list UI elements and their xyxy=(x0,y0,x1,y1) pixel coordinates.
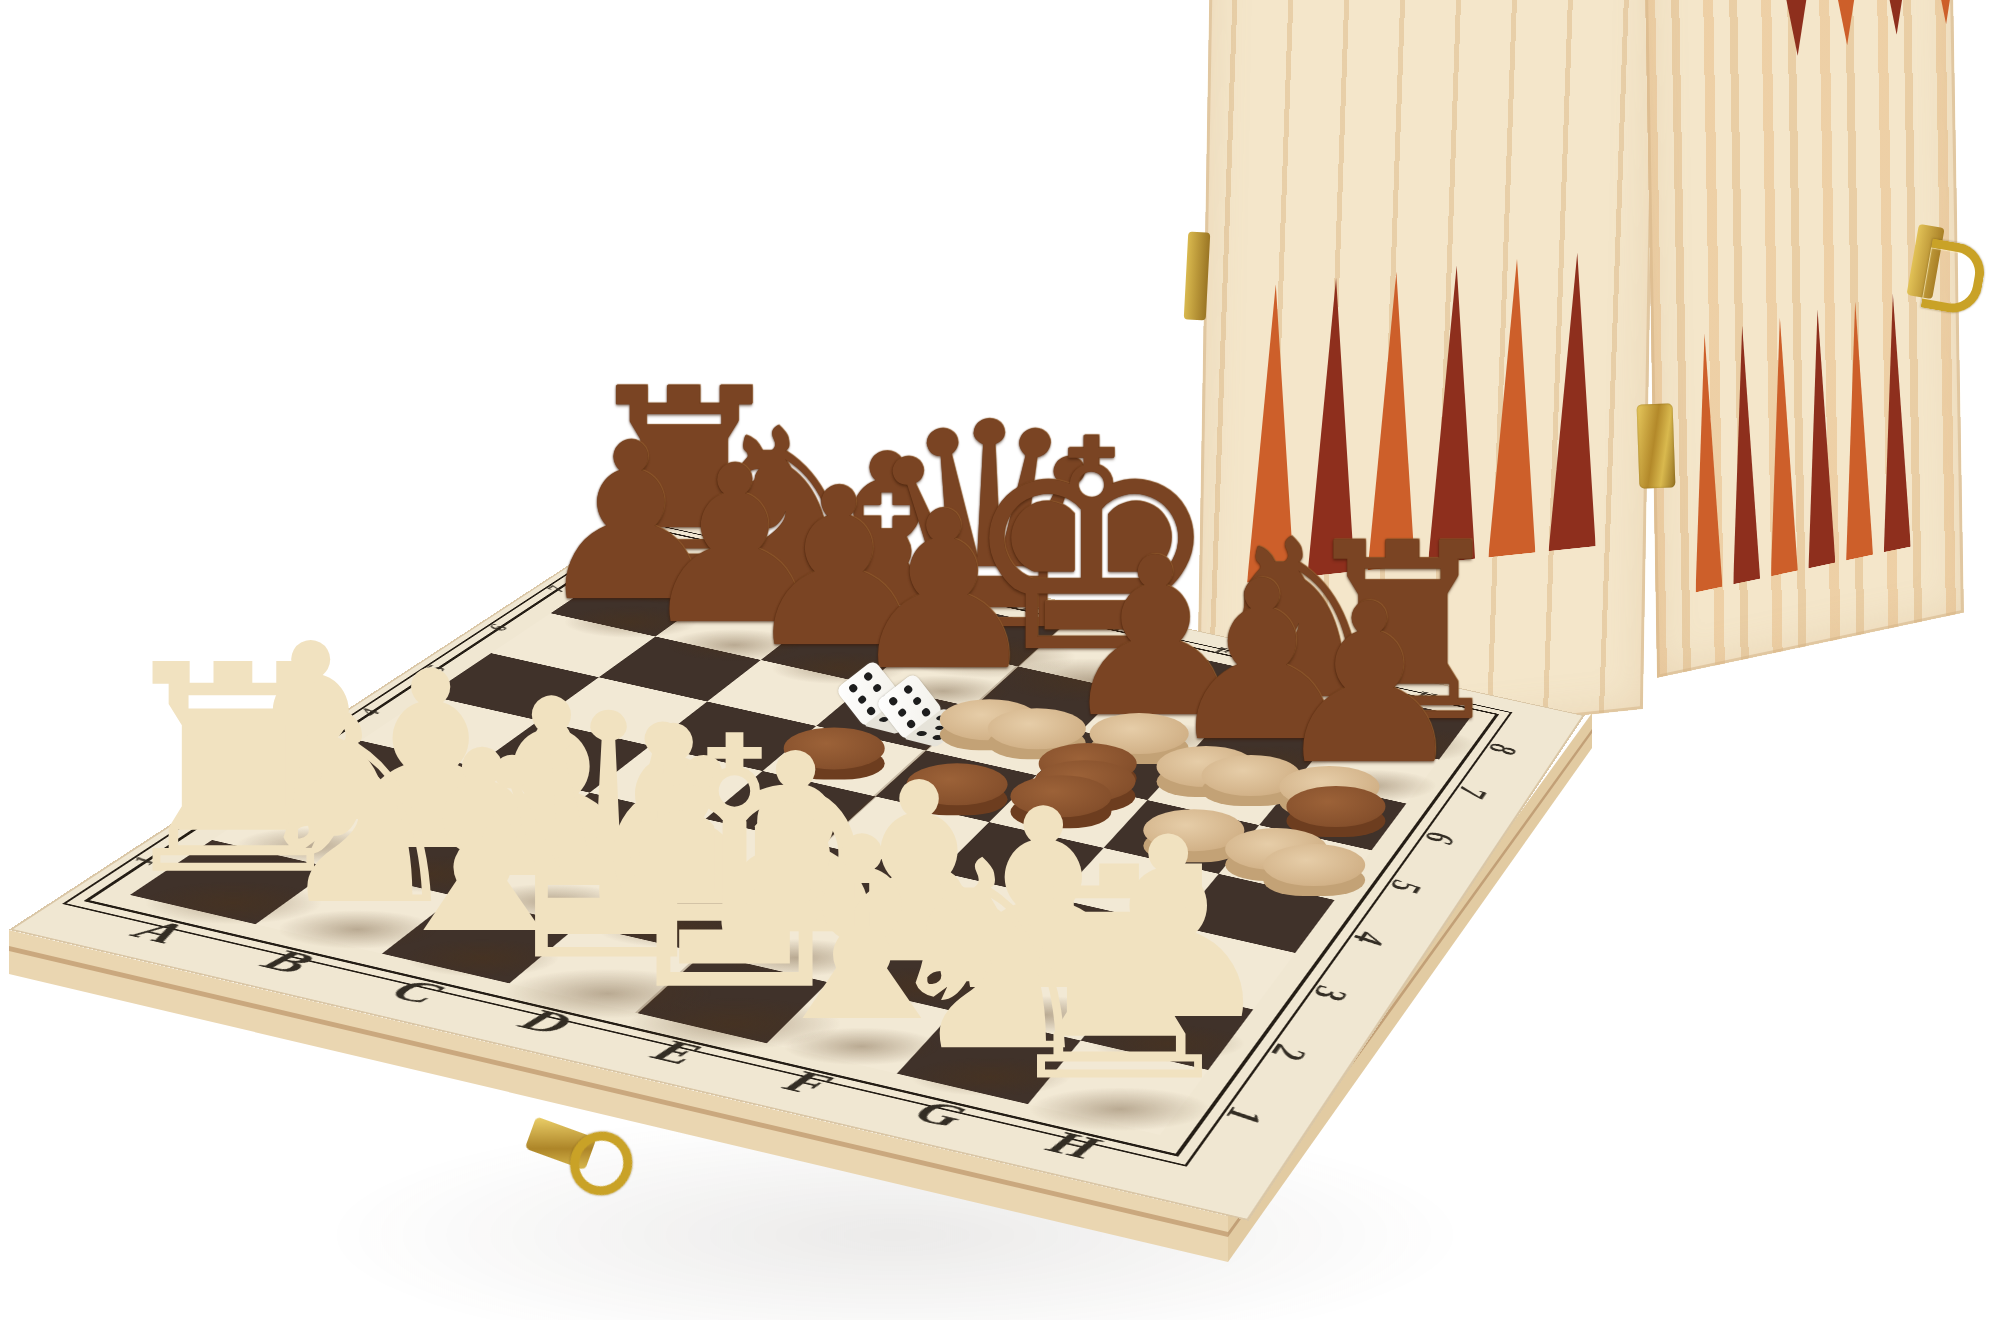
rank-label: 3 xyxy=(1305,983,1356,1003)
product-photo-game-set: AABBCCDDEEFFGGHH1122334455667788 ♜♞♝♛♚♝♞… xyxy=(0,0,2000,1320)
backgammon-point-maroon xyxy=(1804,307,1835,569)
brass-hinge-icon xyxy=(1637,403,1676,488)
backgammon-point-orange xyxy=(1766,315,1797,577)
piece-white-rook-h1: ♜ xyxy=(988,829,1251,1122)
backgammon-point-orange xyxy=(1691,331,1722,593)
backgammon-point-orange xyxy=(1832,0,1860,48)
backgammon-points-row xyxy=(1691,291,1911,593)
backgammon-point-orange xyxy=(1931,0,1959,27)
rank-label: 4 xyxy=(1345,929,1394,948)
backgammon-point-maroon xyxy=(1879,291,1910,553)
rank-label: 5 xyxy=(1382,877,1430,895)
backgammon-point-maroon xyxy=(1882,0,1910,38)
brass-latch-icon xyxy=(1184,231,1211,320)
backgammon-point-maroon xyxy=(1549,250,1601,551)
backgammon-points-top-tips xyxy=(1783,0,1960,59)
rank-label: 6 xyxy=(1417,829,1463,846)
brass-clasp-icon xyxy=(1905,218,1997,316)
backgammon-point-orange xyxy=(1842,299,1873,561)
backgammon-point-maroon xyxy=(1783,0,1811,59)
backgammon-point-maroon xyxy=(1729,323,1760,585)
backgammon-case-right-panel xyxy=(1641,0,1964,678)
